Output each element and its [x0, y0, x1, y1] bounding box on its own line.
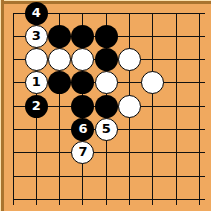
stone-white: [71, 48, 94, 71]
stone-black-move-4: 4: [25, 2, 48, 25]
stone-black: [71, 71, 94, 94]
stone-white-move-1: 1: [25, 71, 48, 94]
stone-black: [48, 71, 71, 94]
stone-white: [48, 48, 71, 71]
stone-black: [71, 25, 94, 48]
stone-white: [141, 71, 164, 94]
stone-black: [48, 25, 71, 48]
stone-white-move-7: 7: [71, 141, 94, 164]
grid-line-vertical: [199, 13, 200, 205]
stone-white: [118, 95, 141, 118]
grid-line-horizontal: [13, 176, 205, 177]
stone-black: [95, 95, 118, 118]
stone-white: [25, 48, 48, 71]
stone-black: [95, 48, 118, 71]
stone-black: [71, 95, 94, 118]
grid-line-horizontal: [13, 199, 205, 200]
stone-white-move-5: 5: [95, 118, 118, 141]
stone-black-move-2: 2: [25, 95, 48, 118]
stone-white: [118, 48, 141, 71]
go-board-diagram: 4312657: [0, 0, 211, 211]
stone-white: [95, 71, 118, 94]
board-edge-left: [0, 0, 4, 211]
stone-white-move-3: 3: [25, 25, 48, 48]
stone-black-move-6: 6: [71, 118, 94, 141]
stone-black: [95, 25, 118, 48]
